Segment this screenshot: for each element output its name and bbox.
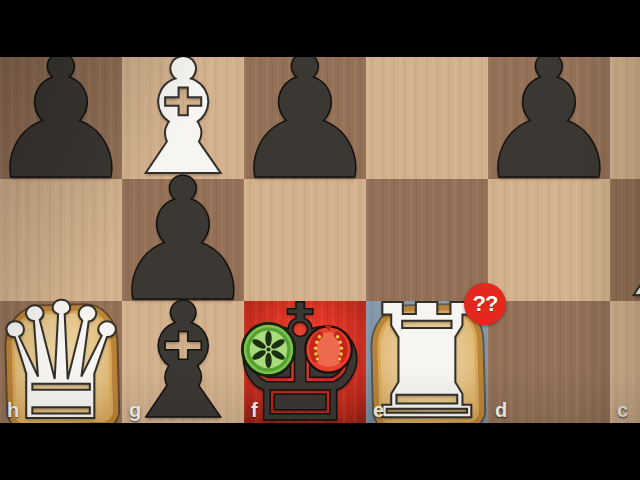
- piece-wB-c7[interactable]: ♝: [610, 179, 640, 301]
- coord-label-d: d: [495, 399, 507, 422]
- coord-label-e: e: [373, 399, 384, 422]
- square-c7[interactable]: ♝: [610, 179, 640, 301]
- square-h8[interactable]: h♛: [0, 301, 122, 423]
- square-h6[interactable]: ♟: [0, 57, 122, 179]
- letterbox-bottom: [0, 423, 640, 480]
- coord-label-c: c: [617, 399, 628, 422]
- video-frame: ♟♝♟♟♟♝h♛g♝f♚ e♜dc ??: [0, 0, 640, 480]
- piece-bP-f6[interactable]: ♟: [244, 57, 366, 179]
- coord-label-h: h: [7, 399, 19, 422]
- square-d6[interactable]: ♟: [488, 57, 610, 179]
- square-d8[interactable]: d: [488, 301, 610, 423]
- tomato-slice-icon: [303, 324, 354, 375]
- blunder-badge: ??: [464, 283, 506, 325]
- square-f6[interactable]: ♟: [244, 57, 366, 179]
- cucumber-slice-icon: [240, 321, 297, 378]
- letterbox-top: [0, 0, 640, 57]
- board-grid: ♟♝♟♟♟♝h♛g♝f♚ e♜dc: [0, 57, 640, 423]
- coord-label-f: f: [251, 399, 258, 422]
- chess-board: ♟♝♟♟♟♝h♛g♝f♚ e♜dc ??: [0, 57, 640, 423]
- coord-label-g: g: [129, 399, 141, 422]
- square-g8[interactable]: g♝: [122, 301, 244, 423]
- piece-bP-d6[interactable]: ♟: [488, 57, 610, 179]
- piece-bP-h6[interactable]: ♟: [0, 57, 122, 179]
- square-f8[interactable]: f♚: [244, 301, 366, 423]
- square-e6[interactable]: [366, 57, 488, 179]
